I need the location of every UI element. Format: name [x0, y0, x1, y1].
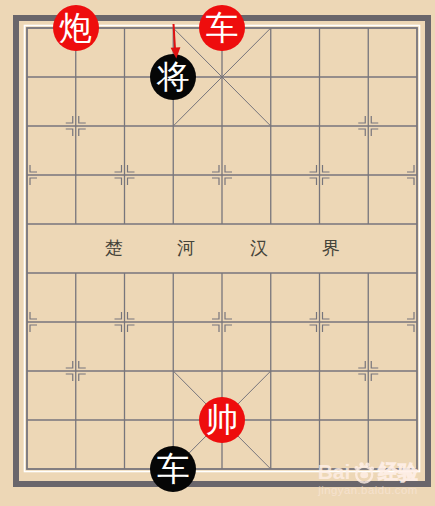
move-arrow — [0, 0, 435, 506]
xiangqi-app: 楚 河 汉 界 炮车将帅车 Bai — [0, 0, 435, 506]
